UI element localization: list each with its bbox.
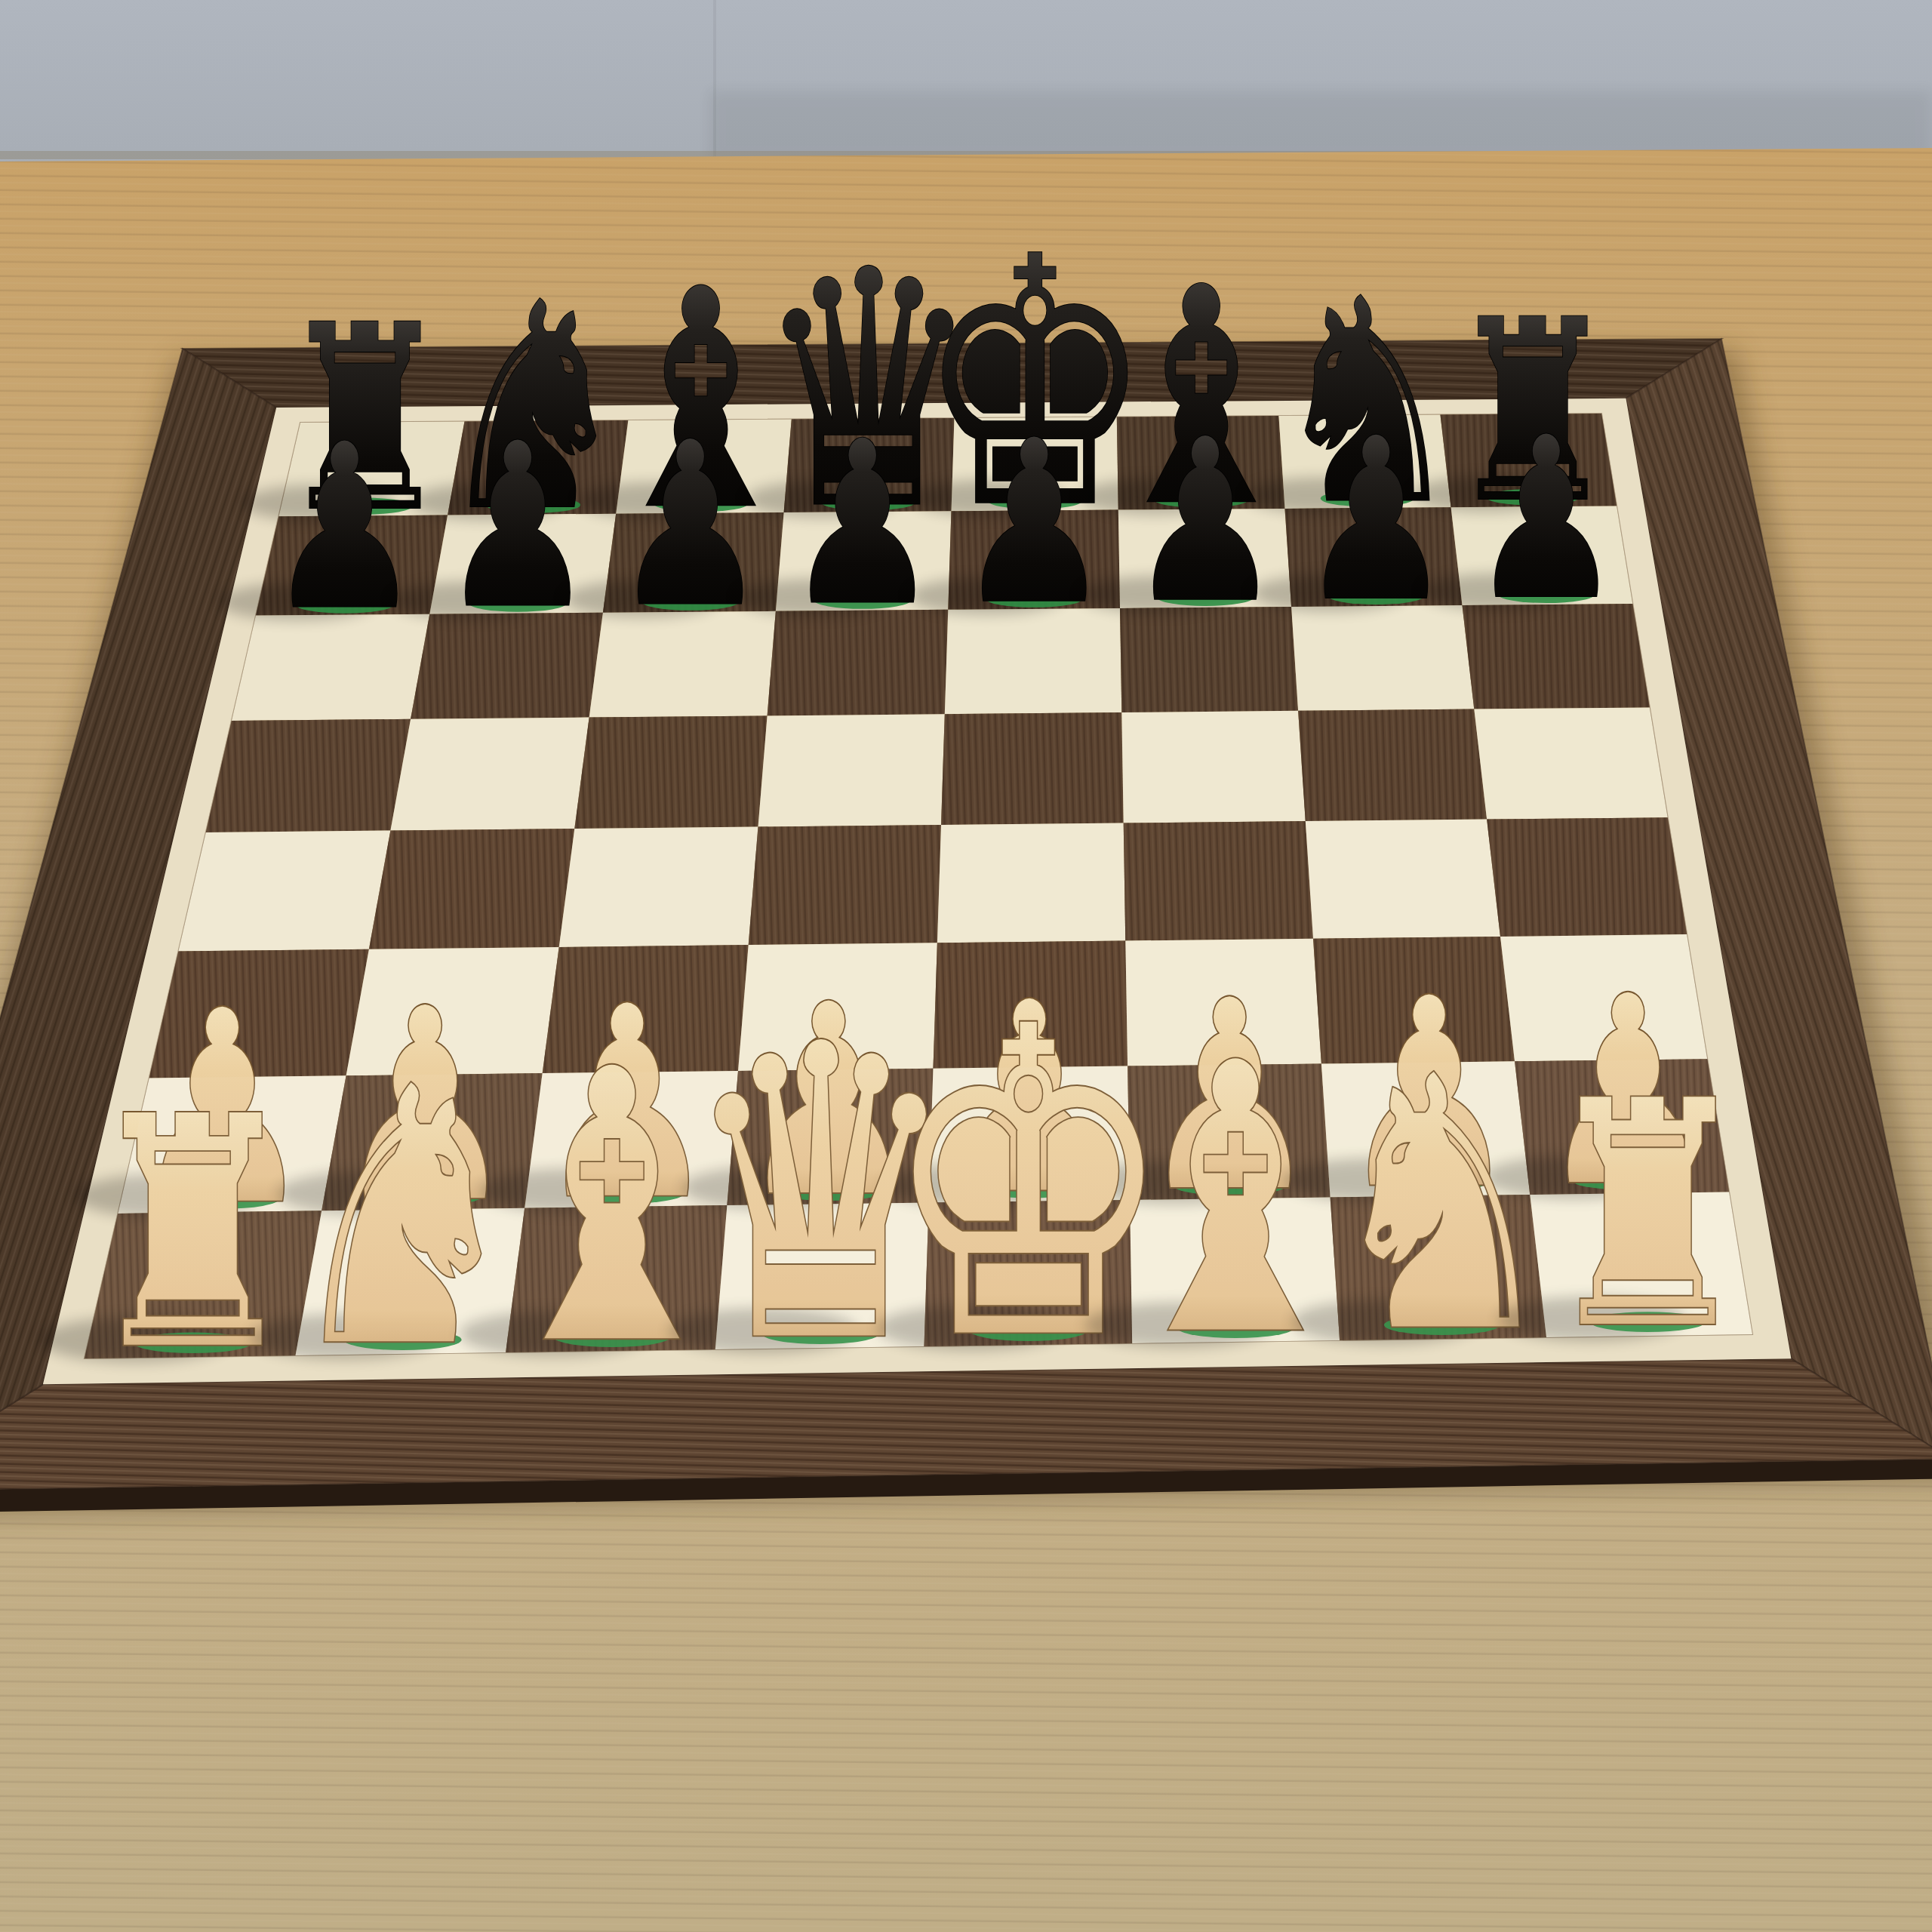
white-knight-glyph: ♞ — [1321, 1002, 1562, 1408]
square-a5[interactable] — [206, 719, 411, 832]
square-g4[interactable] — [1306, 820, 1500, 939]
square-h5[interactable] — [1474, 707, 1667, 819]
black-pawn-glyph: ♟ — [1469, 389, 1623, 648]
black-pawn-glyph: ♟ — [440, 395, 596, 658]
square-d5[interactable] — [758, 714, 945, 826]
black-pawn-glyph: ♟ — [785, 393, 940, 655]
black-pawn-glyph: ♟ — [613, 394, 768, 657]
black-pawn-glyph: ♟ — [266, 395, 423, 660]
square-d4[interactable] — [749, 825, 941, 945]
chess-board-photo: ♜♞♝♛♚♝♞♜♟♟♟♟♟♟♟♟♟♟♟♟♟♟♟♟♜♞♝♛♚♝♞♜ — [0, 0, 1932, 1932]
scene: ♜♞♝♛♚♝♞♜♟♟♟♟♟♟♟♟♟♟♟♟♟♟♟♟♜♞♝♛♚♝♞♜ — [0, 0, 1932, 1932]
square-a4[interactable] — [178, 831, 390, 952]
white-rook-glyph: ♜ — [83, 1049, 303, 1420]
square-f4[interactable] — [1124, 821, 1313, 940]
piece-white-knight[interactable]: ♞ — [1291, 1002, 1562, 1408]
wall — [0, 0, 1932, 168]
square-c5[interactable] — [574, 715, 767, 829]
square-b5[interactable] — [390, 718, 589, 831]
black-pawn-glyph: ♟ — [1299, 390, 1453, 650]
square-c4[interactable] — [559, 827, 758, 947]
black-pawn-glyph: ♟ — [1128, 391, 1283, 651]
square-b4[interactable] — [369, 829, 574, 949]
square-e4[interactable] — [937, 823, 1125, 943]
square-e5[interactable] — [941, 712, 1124, 825]
square-g5[interactable] — [1298, 709, 1487, 822]
square-f5[interactable] — [1121, 711, 1306, 823]
black-pawn-glyph: ♟ — [957, 392, 1112, 654]
square-h4[interactable] — [1487, 817, 1687, 937]
white-rook-glyph: ♜ — [1540, 1035, 1755, 1397]
